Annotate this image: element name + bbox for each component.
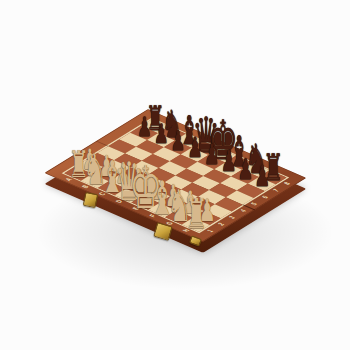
product-photo-scene: ♜♞♝♛♚♝♞♜♟♟♟♟♟♟♟♟♟♟♟♟♟♟♟♟♜♞♝♛♚♝♞♜ ABCDEFG… (0, 0, 350, 350)
